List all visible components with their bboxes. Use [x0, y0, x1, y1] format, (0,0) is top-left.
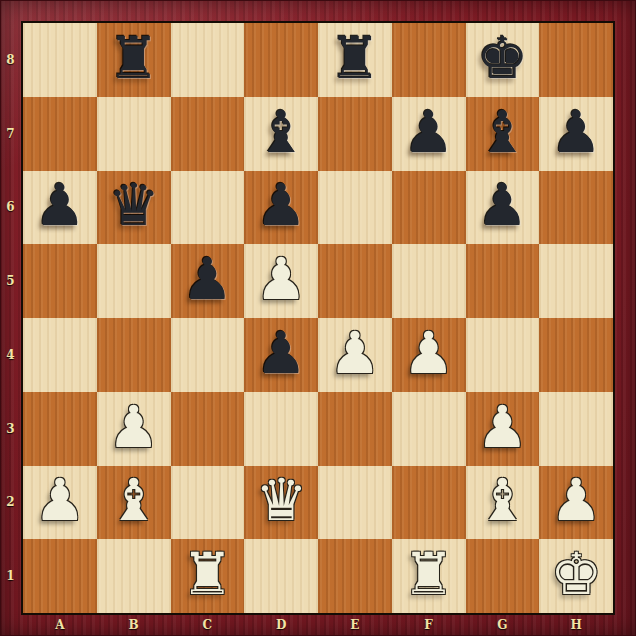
square-h1[interactable]: ♚: [539, 539, 613, 613]
black-bishop: ♝: [255, 103, 307, 161]
square-h6[interactable]: [539, 171, 613, 245]
square-g1[interactable]: [466, 539, 540, 613]
white-bishop: ♝: [108, 471, 160, 529]
square-f8[interactable]: [392, 23, 466, 97]
square-f5[interactable]: [392, 244, 466, 318]
white-bishop: ♝: [476, 471, 528, 529]
file-labels: ABCDEFGH: [23, 613, 613, 636]
rank-label-7: 7: [0, 97, 21, 171]
square-e3[interactable]: [318, 392, 392, 466]
square-g2[interactable]: ♝: [466, 466, 540, 540]
square-g8[interactable]: ♚: [466, 23, 540, 97]
black-pawn: ♟: [255, 176, 307, 234]
square-g3[interactable]: ♟: [466, 392, 540, 466]
file-label-f: F: [392, 613, 466, 636]
white-pawn: ♟: [403, 324, 455, 382]
square-b1[interactable]: [97, 539, 171, 613]
square-f4[interactable]: ♟: [392, 318, 466, 392]
square-a4[interactable]: [23, 318, 97, 392]
white-rook: ♜: [403, 545, 455, 603]
black-rook: ♜: [108, 29, 160, 87]
square-a5[interactable]: [23, 244, 97, 318]
square-f6[interactable]: [392, 171, 466, 245]
rank-label-4: 4: [0, 318, 21, 392]
black-pawn: ♟: [476, 176, 528, 234]
square-h5[interactable]: [539, 244, 613, 318]
square-b5[interactable]: [97, 244, 171, 318]
file-label-e: E: [318, 613, 392, 636]
white-king: ♚: [550, 545, 602, 603]
rank-label-8: 8: [0, 23, 21, 97]
white-rook: ♜: [181, 545, 233, 603]
rank-label-1: 1: [0, 539, 21, 613]
square-d1[interactable]: [244, 539, 318, 613]
square-d5[interactable]: ♟: [244, 244, 318, 318]
square-e6[interactable]: [318, 171, 392, 245]
file-label-d: D: [244, 613, 318, 636]
square-h4[interactable]: [539, 318, 613, 392]
square-a1[interactable]: [23, 539, 97, 613]
file-label-g: G: [466, 613, 540, 636]
black-pawn: ♟: [34, 176, 86, 234]
square-d6[interactable]: ♟: [244, 171, 318, 245]
rank-label-2: 2: [0, 466, 21, 540]
black-king: ♚: [476, 29, 528, 87]
square-b8[interactable]: ♜: [97, 23, 171, 97]
file-label-a: A: [23, 613, 97, 636]
square-a6[interactable]: ♟: [23, 171, 97, 245]
white-pawn: ♟: [476, 398, 528, 456]
square-b7[interactable]: [97, 97, 171, 171]
square-c5[interactable]: ♟: [171, 244, 245, 318]
black-queen: ♛: [108, 176, 160, 234]
square-e1[interactable]: [318, 539, 392, 613]
square-g6[interactable]: ♟: [466, 171, 540, 245]
file-label-h: H: [539, 613, 613, 636]
white-pawn: ♟: [108, 398, 160, 456]
square-g4[interactable]: [466, 318, 540, 392]
square-c1[interactable]: ♜: [171, 539, 245, 613]
black-pawn: ♟: [403, 103, 455, 161]
file-label-c: C: [171, 613, 245, 636]
square-f1[interactable]: ♜: [392, 539, 466, 613]
rank-labels: 87654321: [0, 23, 21, 613]
square-c7[interactable]: [171, 97, 245, 171]
square-e2[interactable]: [318, 466, 392, 540]
square-e4[interactable]: ♟: [318, 318, 392, 392]
white-pawn: ♟: [255, 250, 307, 308]
black-pawn: ♟: [181, 250, 233, 308]
black-pawn: ♟: [255, 324, 307, 382]
square-d7[interactable]: ♝: [244, 97, 318, 171]
square-f7[interactable]: ♟: [392, 97, 466, 171]
chess-board: ♜♜♚♝♟♝♟♟♛♟♟♟♟♟♟♟♟♟♟♝♛♝♟♜♜♚: [21, 21, 615, 615]
square-a7[interactable]: [23, 97, 97, 171]
white-queen: ♛: [255, 471, 307, 529]
square-c4[interactable]: [171, 318, 245, 392]
rank-label-3: 3: [0, 392, 21, 466]
white-pawn: ♟: [34, 471, 86, 529]
square-h3[interactable]: [539, 392, 613, 466]
square-c6[interactable]: [171, 171, 245, 245]
rank-label-5: 5: [0, 244, 21, 318]
board-frame: ♜♜♚♝♟♝♟♟♛♟♟♟♟♟♟♟♟♟♟♝♛♝♟♜♜♚ 87654321 ABCD…: [0, 0, 636, 636]
file-label-b: B: [97, 613, 171, 636]
square-g7[interactable]: ♝: [466, 97, 540, 171]
square-d8[interactable]: [244, 23, 318, 97]
square-d2[interactable]: ♛: [244, 466, 318, 540]
black-pawn: ♟: [550, 103, 602, 161]
white-pawn: ♟: [329, 324, 381, 382]
square-h8[interactable]: [539, 23, 613, 97]
square-b3[interactable]: ♟: [97, 392, 171, 466]
white-pawn: ♟: [550, 471, 602, 529]
square-f3[interactable]: [392, 392, 466, 466]
square-c3[interactable]: [171, 392, 245, 466]
square-f2[interactable]: [392, 466, 466, 540]
square-g5[interactable]: [466, 244, 540, 318]
square-d4[interactable]: ♟: [244, 318, 318, 392]
square-h7[interactable]: ♟: [539, 97, 613, 171]
square-a3[interactable]: [23, 392, 97, 466]
square-c2[interactable]: [171, 466, 245, 540]
square-h2[interactable]: ♟: [539, 466, 613, 540]
square-e8[interactable]: ♜: [318, 23, 392, 97]
square-d3[interactable]: [244, 392, 318, 466]
black-bishop: ♝: [476, 103, 528, 161]
square-b4[interactable]: [97, 318, 171, 392]
square-c8[interactable]: [171, 23, 245, 97]
square-a2[interactable]: ♟: [23, 466, 97, 540]
square-a8[interactable]: [23, 23, 97, 97]
square-e5[interactable]: [318, 244, 392, 318]
square-b2[interactable]: ♝: [97, 466, 171, 540]
rank-label-6: 6: [0, 171, 21, 245]
square-b6[interactable]: ♛: [97, 171, 171, 245]
black-rook: ♜: [329, 29, 381, 87]
square-e7[interactable]: [318, 97, 392, 171]
